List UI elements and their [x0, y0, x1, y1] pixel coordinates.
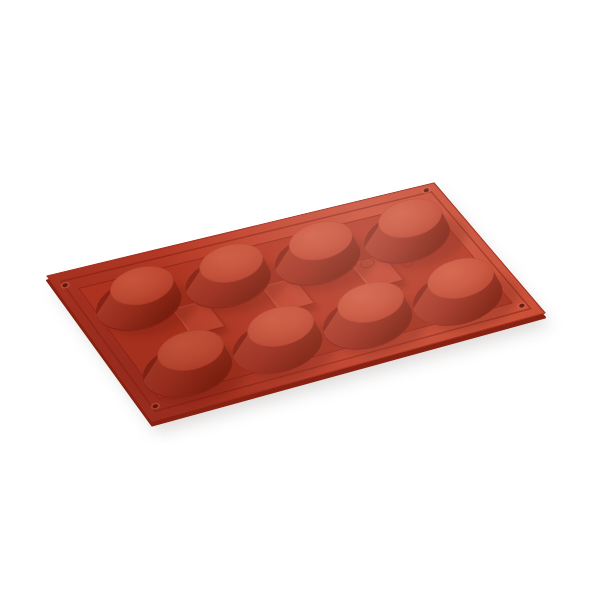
- silicone-mold-scene: [0, 0, 600, 600]
- product-photo: [0, 0, 600, 600]
